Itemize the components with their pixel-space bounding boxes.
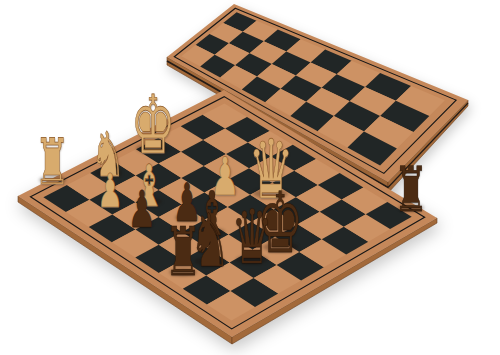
chess-set-product-photo: ♚♞♜♟♛♝♟♜♟♟♝♚♛♞♜ [0, 0, 500, 355]
piece-black-rook: ♜ [394, 159, 428, 221]
piece-black-pawn: ♟ [128, 184, 156, 235]
piece-black-queen: ♛ [231, 200, 273, 275]
piece-white-pawn: ♟ [97, 167, 123, 214]
piece-black-rook: ♜ [164, 219, 201, 286]
pieces-layer: ♚♞♜♟♛♝♟♜♟♟♝♚♛♞♜ [0, 0, 500, 355]
piece-white-rook: ♜ [34, 130, 70, 194]
